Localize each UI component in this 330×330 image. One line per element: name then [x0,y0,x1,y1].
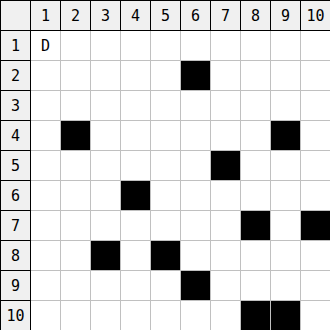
cell-r10-c3[interactable] [91,301,121,330]
corner-header [1,1,31,31]
cell-r7-c7[interactable] [211,211,241,241]
cell-r5-c4[interactable] [121,151,151,181]
cell-r5-c9[interactable] [271,151,301,181]
cell-r9-c9[interactable] [271,271,301,301]
cell-r9-c1[interactable] [31,271,61,301]
cell-r4-c7[interactable] [211,121,241,151]
cell-r3-c3[interactable] [91,91,121,121]
cell-r8-c5[interactable] [151,241,181,271]
cell-r7-c9[interactable] [271,211,301,241]
cell-r5-c10[interactable] [301,151,330,181]
cell-r8-c10[interactable] [301,241,330,271]
row-header-4: 4 [1,121,31,151]
cell-r5-c6[interactable] [181,151,211,181]
cell-r4-c8[interactable] [241,121,271,151]
cell-r10-c2[interactable] [61,301,91,330]
cell-r8-c9[interactable] [271,241,301,271]
cell-r10-c9[interactable] [271,301,301,330]
cell-r10-c7[interactable] [211,301,241,330]
cell-r9-c3[interactable] [91,271,121,301]
cell-r5-c7[interactable] [211,151,241,181]
cell-r4-c4[interactable] [121,121,151,151]
row-header-3: 3 [1,91,31,121]
row-header-2: 2 [1,61,31,91]
cell-r9-c6[interactable] [181,271,211,301]
cell-r5-c5[interactable] [151,151,181,181]
cell-r9-c2[interactable] [61,271,91,301]
cell-r2-c10[interactable] [301,61,330,91]
cell-r4-c10[interactable] [301,121,330,151]
cell-r6-c10[interactable] [301,181,330,211]
cell-r6-c5[interactable] [151,181,181,211]
cell-r1-c8[interactable] [241,31,271,61]
cell-r8-c7[interactable] [211,241,241,271]
cell-r4-c1[interactable] [31,121,61,151]
cell-r8-c4[interactable] [121,241,151,271]
cell-r3-c6[interactable] [181,91,211,121]
row-header-10: 10 [1,301,31,330]
cell-r7-c8[interactable] [241,211,271,241]
cell-r9-c7[interactable] [211,271,241,301]
column-header-4: 4 [121,1,151,31]
cell-r3-c1[interactable] [31,91,61,121]
cell-r10-c1[interactable] [31,301,61,330]
cell-r4-c5[interactable] [151,121,181,151]
cell-r1-c2[interactable] [61,31,91,61]
cell-r8-c6[interactable] [181,241,211,271]
cell-r10-c4[interactable] [121,301,151,330]
cell-r6-c3[interactable] [91,181,121,211]
column-header-3: 3 [91,1,121,31]
cell-r2-c6[interactable] [181,61,211,91]
row-header-6: 6 [1,181,31,211]
cell-r7-c4[interactable] [121,211,151,241]
cell-r5-c3[interactable] [91,151,121,181]
cell-r1-c5[interactable] [151,31,181,61]
cell-r9-c5[interactable] [151,271,181,301]
cell-r10-c5[interactable] [151,301,181,330]
cell-r7-c3[interactable] [91,211,121,241]
cell-r6-c1[interactable] [31,181,61,211]
cell-r6-c4[interactable] [121,181,151,211]
cell-r1-c10[interactable] [301,31,330,61]
cell-r1-c7[interactable] [211,31,241,61]
row-header-8: 8 [1,241,31,271]
cell-r1-c4[interactable] [121,31,151,61]
cell-r2-c8[interactable] [241,61,271,91]
cell-r8-c8[interactable] [241,241,271,271]
cell-r7-c1[interactable] [31,211,61,241]
cell-r9-c4[interactable] [121,271,151,301]
cell-r4-c2[interactable] [61,121,91,151]
cell-r2-c9[interactable] [271,61,301,91]
cell-r6-c7[interactable] [211,181,241,211]
column-header-6: 6 [181,1,211,31]
cell-r3-c7[interactable] [211,91,241,121]
cell-r3-c10[interactable] [301,91,330,121]
row-header-5: 5 [1,151,31,181]
cell-r5-c2[interactable] [61,151,91,181]
game-board: 123456789101D2345678910 [0,0,330,330]
cell-r6-c8[interactable] [241,181,271,211]
cell-r7-c5[interactable] [151,211,181,241]
cell-r1-c3[interactable] [91,31,121,61]
cell-r7-c2[interactable] [61,211,91,241]
column-header-2: 2 [61,1,91,31]
column-header-8: 8 [241,1,271,31]
cell-r3-c5[interactable] [151,91,181,121]
cell-r10-c10[interactable] [301,301,330,330]
cell-r2-c1[interactable] [31,61,61,91]
cell-r3-c8[interactable] [241,91,271,121]
cell-r8-c1[interactable] [31,241,61,271]
column-header-9: 9 [271,1,301,31]
cell-r1-c6[interactable] [181,31,211,61]
cell-r8-c2[interactable] [61,241,91,271]
cell-r1-c9[interactable] [271,31,301,61]
cell-r3-c2[interactable] [61,91,91,121]
cell-r5-c8[interactable] [241,151,271,181]
cell-r4-c6[interactable] [181,121,211,151]
cell-r4-c3[interactable] [91,121,121,151]
cell-r2-c7[interactable] [211,61,241,91]
cell-r4-c9[interactable] [271,121,301,151]
cell-r8-c3[interactable] [91,241,121,271]
column-header-10: 10 [301,1,330,31]
cell-r2-c4[interactable] [121,61,151,91]
cell-r9-c10[interactable] [301,271,330,301]
row-header-1: 1 [1,31,31,61]
cell-r6-c9[interactable] [271,181,301,211]
cell-r3-c9[interactable] [271,91,301,121]
cell-r2-c5[interactable] [151,61,181,91]
cell-r3-c4[interactable] [121,91,151,121]
cell-r2-c3[interactable] [91,61,121,91]
column-header-7: 7 [211,1,241,31]
column-header-1: 1 [31,1,61,31]
column-header-5: 5 [151,1,181,31]
cell-r9-c8[interactable] [241,271,271,301]
cell-r6-c6[interactable] [181,181,211,211]
row-header-7: 7 [1,211,31,241]
cell-r7-c10[interactable] [301,211,330,241]
cell-r10-c6[interactable] [181,301,211,330]
cell-r6-c2[interactable] [61,181,91,211]
row-header-9: 9 [1,271,31,301]
cell-r7-c6[interactable] [181,211,211,241]
cell-r5-c1[interactable] [31,151,61,181]
cell-r1-c1[interactable]: D [31,31,61,61]
cell-r2-c2[interactable] [61,61,91,91]
cell-r10-c8[interactable] [241,301,271,330]
